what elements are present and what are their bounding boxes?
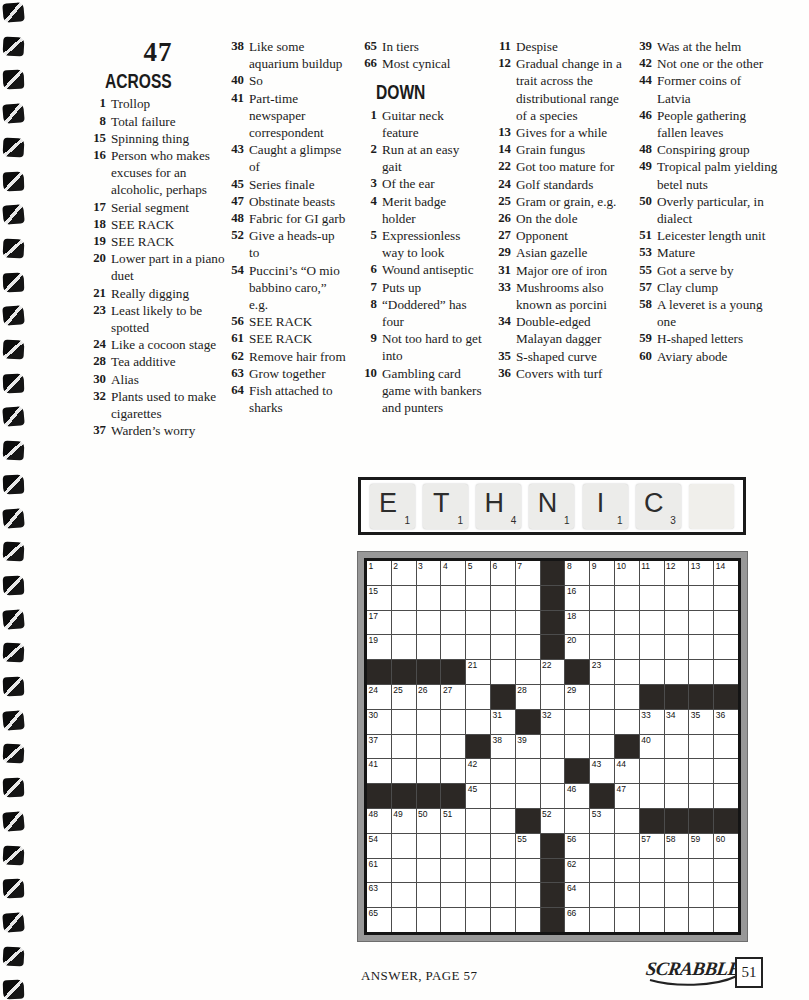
grid-cell-r5c5[interactable]: 21 — [466, 660, 490, 684]
grid-cell-r1c7[interactable]: 7 — [516, 561, 540, 585]
clue-number: 42 — [630, 55, 657, 72]
clue-item: 64Fish attached to sharks — [222, 382, 348, 416]
grid-cell-r9c4[interactable] — [441, 759, 465, 783]
grid-cell-r5c15[interactable] — [714, 660, 738, 684]
grid-cell-r15c9[interactable]: 66 — [565, 908, 589, 932]
grid-cell-r14c14[interactable] — [689, 883, 713, 907]
grid-cell-r1c9[interactable]: 8 — [565, 561, 589, 585]
clue-item: 16Person who makes excuses for an alcoho… — [84, 147, 234, 199]
grid-cell-r1c12[interactable]: 11 — [640, 561, 664, 585]
clue-item: 56SEE RACK — [222, 313, 348, 330]
cell-number: 50 — [418, 809, 427, 819]
grid-cell-r8c2[interactable] — [392, 735, 416, 759]
grid-cell-r14c7[interactable] — [516, 883, 540, 907]
tile-letter: I — [583, 488, 619, 519]
grid-cell-r7c11[interactable] — [615, 710, 639, 734]
clue-text: Tropical palm yielding betel nuts — [657, 158, 778, 192]
clue-number: 59 — [630, 330, 657, 347]
clue-text: Puts up — [382, 279, 482, 296]
clue-number: 45 — [222, 176, 249, 193]
grid-cell-r11c8[interactable]: 52 — [541, 809, 565, 833]
grid-cell-r14c2[interactable] — [392, 883, 416, 907]
grid-cell-r15c12[interactable] — [640, 908, 664, 932]
grid-cell-r10c7[interactable] — [516, 784, 540, 808]
grid-cell-r2c13[interactable] — [665, 586, 689, 610]
binding-loop — [3, 137, 25, 157]
binding-loop — [3, 980, 25, 1000]
scrabble-logo: SCRABBLE® — [644, 958, 744, 988]
grid-cell-r2c3[interactable] — [417, 586, 441, 610]
grid-cell-r15c13[interactable] — [665, 908, 689, 932]
grid-cell-r3c5[interactable] — [466, 611, 490, 635]
grid-cell-r4c1[interactable]: 19 — [367, 635, 391, 659]
grid-cell-r8c10[interactable] — [590, 735, 614, 759]
grid-cell-r1c5[interactable]: 5 — [466, 561, 490, 585]
cell-number: 37 — [369, 735, 378, 745]
grid-cell-r7c5[interactable] — [466, 710, 490, 734]
clue-text: Conspiring group — [657, 141, 778, 158]
binding-loop — [3, 643, 25, 663]
grid-cell-r8c6[interactable]: 38 — [491, 735, 515, 759]
clue-item: 27Opponent — [489, 227, 633, 244]
grid-cell-r7c13[interactable]: 34 — [665, 710, 689, 734]
grid-cell-r13c1[interactable]: 61 — [367, 859, 391, 883]
grid-cell-r8c13[interactable] — [665, 735, 689, 759]
grid-cell-r8c12[interactable]: 40 — [640, 735, 664, 759]
grid-cell-r15c7[interactable] — [516, 908, 540, 932]
grid-cell-r12c4[interactable] — [441, 834, 465, 858]
grid-cell-r10c14[interactable] — [689, 784, 713, 808]
clue-item: 24Like a cocoon stage — [84, 336, 234, 353]
grid-cell-r6c11[interactable] — [615, 685, 639, 709]
clue-column-5: 39Was at the helm42Not one or the other4… — [630, 38, 778, 365]
black-cell-r1c8 — [541, 561, 565, 585]
grid-cell-r1c3[interactable]: 3 — [417, 561, 441, 585]
clue-text: Asian gazelle — [516, 244, 633, 261]
grid-cell-r13c5[interactable] — [466, 859, 490, 883]
grid-cell-r9c3[interactable] — [417, 759, 441, 783]
clue-item: 42Not one or the other — [630, 55, 778, 72]
grid-cell-r15c1[interactable]: 65 — [367, 908, 391, 932]
grid-cell-r6c7[interactable]: 28 — [516, 685, 540, 709]
grid-cell-r4c9[interactable]: 20 — [565, 635, 589, 659]
clue-item: 28Tea additive — [84, 353, 234, 370]
grid-cell-r13c4[interactable] — [441, 859, 465, 883]
grid-cell-r9c10[interactable]: 43 — [590, 759, 614, 783]
grid-cell-r2c12[interactable] — [640, 586, 664, 610]
grid-cell-r10c13[interactable] — [665, 784, 689, 808]
grid-cell-r12c5[interactable] — [466, 834, 490, 858]
grid-cell-r8c1[interactable]: 37 — [367, 735, 391, 759]
grid-cell-r15c14[interactable] — [689, 908, 713, 932]
cell-number: 54 — [369, 834, 378, 844]
grid-cell-r2c10[interactable] — [590, 586, 614, 610]
grid-cell-r6c10[interactable] — [590, 685, 614, 709]
grid-cell-r14c12[interactable] — [640, 883, 664, 907]
grid-cell-r12c10[interactable] — [590, 834, 614, 858]
grid-cell-r8c9[interactable] — [565, 735, 589, 759]
black-cell-r5c9 — [565, 660, 589, 684]
clue-number: 29 — [489, 244, 516, 261]
grid-cell-r10c8[interactable] — [541, 784, 565, 808]
grid-cell-r7c1[interactable]: 30 — [367, 710, 391, 734]
grid-cell-r9c6[interactable] — [491, 759, 515, 783]
grid-cell-r11c4[interactable]: 51 — [441, 809, 465, 833]
grid-cell-r12c12[interactable]: 57 — [640, 834, 664, 858]
grid-cell-r3c12[interactable] — [640, 611, 664, 635]
grid-cell-r2c6[interactable] — [491, 586, 515, 610]
clue-text: SEE RACK — [249, 330, 348, 347]
binding-loop — [2, 508, 25, 529]
grid-cell-r8c8[interactable] — [541, 735, 565, 759]
grid-cell-r3c7[interactable] — [516, 611, 540, 635]
grid-cell-r12c7[interactable]: 55 — [516, 834, 540, 858]
grid-cell-r4c2[interactable] — [392, 635, 416, 659]
cell-number: 11 — [641, 561, 650, 571]
grid-cell-r13c11[interactable] — [615, 859, 639, 883]
grid-cell-r13c12[interactable] — [640, 859, 664, 883]
grid-cell-r2c4[interactable] — [441, 586, 465, 610]
grid-cell-r7c14[interactable]: 35 — [689, 710, 713, 734]
page-number: 51 — [742, 964, 757, 981]
grid-cell-r2c14[interactable] — [689, 586, 713, 610]
black-cell-r11c14 — [689, 809, 713, 833]
grid-cell-r11c10[interactable]: 53 — [590, 809, 614, 833]
grid-cell-r6c4[interactable]: 27 — [441, 685, 465, 709]
clue-item: 58A leveret is a young one — [630, 296, 778, 330]
grid-cell-r11c9[interactable] — [565, 809, 589, 833]
grid-cell-r10c9[interactable]: 46 — [565, 784, 589, 808]
grid-cell-r1c11[interactable]: 10 — [615, 561, 639, 585]
grid-cell-r4c4[interactable] — [441, 635, 465, 659]
clue-number: 28 — [84, 353, 111, 370]
binding-loop — [3, 845, 25, 865]
grid-cell-r2c15[interactable] — [714, 586, 738, 610]
scrabble-tile-i: I1 — [583, 484, 628, 529]
grid-cell-r1c13[interactable]: 12 — [665, 561, 689, 585]
grid-cell-r5c11[interactable] — [615, 660, 639, 684]
clue-text: Gram or grain, e.g. — [516, 193, 633, 210]
clue-number: 48 — [222, 210, 249, 227]
clue-item: 38Like some aquarium buildup — [222, 38, 348, 72]
grid-cell-r10c15[interactable] — [714, 784, 738, 808]
grid-cell-r11c1[interactable]: 48 — [367, 809, 391, 833]
grid-cell-r5c13[interactable] — [665, 660, 689, 684]
grid-cell-r13c14[interactable] — [689, 859, 713, 883]
cell-number: 64 — [567, 883, 576, 893]
clue-text: Got a serve by — [657, 262, 778, 279]
clue-item: 3Of the ear — [355, 175, 482, 192]
grid-cell-r13c6[interactable] — [491, 859, 515, 883]
grid-cell-r6c9[interactable]: 29 — [565, 685, 589, 709]
clue-text: Of the ear — [382, 175, 482, 192]
grid-cell-r10c12[interactable] — [640, 784, 664, 808]
grid-cell-r1c6[interactable]: 6 — [491, 561, 515, 585]
clue-text: Fish attached to sharks — [249, 382, 348, 416]
grid-cell-r15c10[interactable] — [590, 908, 614, 932]
clue-number: 23 — [84, 302, 111, 336]
clue-item: 33Mushrooms also known as porcini — [489, 279, 633, 313]
clue-number: 57 — [630, 279, 657, 296]
tile-value: 3 — [670, 515, 676, 526]
grid-cell-r5c14[interactable] — [689, 660, 713, 684]
grid-cell-r4c7[interactable] — [516, 635, 540, 659]
grid-cell-r14c13[interactable] — [665, 883, 689, 907]
grid-cell-r7c6[interactable]: 31 — [491, 710, 515, 734]
grid-cell-r14c4[interactable] — [441, 883, 465, 907]
grid-cell-r7c2[interactable] — [392, 710, 416, 734]
grid-cell-r3c15[interactable] — [714, 611, 738, 635]
clue-item: 51Leicester length unit — [630, 227, 778, 244]
grid-cell-r9c14[interactable] — [689, 759, 713, 783]
grid-cell-r3c14[interactable] — [689, 611, 713, 635]
grid-cell-r8c7[interactable]: 39 — [516, 735, 540, 759]
grid-cell-r9c2[interactable] — [392, 759, 416, 783]
grid-cell-r1c15[interactable]: 14 — [714, 561, 738, 585]
grid-cell-r13c10[interactable] — [590, 859, 614, 883]
clue-number: 53 — [630, 244, 657, 261]
grid-cell-r4c15[interactable] — [714, 635, 738, 659]
grid-cell-r5c6[interactable] — [491, 660, 515, 684]
grid-cell-r15c6[interactable] — [491, 908, 515, 932]
grid-cell-r3c6[interactable] — [491, 611, 515, 635]
grid-cell-r12c13[interactable]: 58 — [665, 834, 689, 858]
cell-number: 60 — [716, 834, 725, 844]
grid-cell-r4c14[interactable] — [689, 635, 713, 659]
grid-cell-r4c12[interactable] — [640, 635, 664, 659]
clue-text: Tea additive — [111, 353, 234, 370]
clue-item: 54Puccini’s “O mio babbino caro,” e.g. — [222, 262, 348, 314]
grid-cell-r12c2[interactable] — [392, 834, 416, 858]
clue-text: Puccini’s “O mio babbino caro,” e.g. — [249, 262, 348, 314]
clue-text: Leicester length unit — [657, 227, 778, 244]
grid-cell-r12c15[interactable]: 60 — [714, 834, 738, 858]
cell-number: 41 — [369, 759, 378, 769]
grid-cell-r6c3[interactable]: 26 — [417, 685, 441, 709]
grid-cell-r14c11[interactable] — [615, 883, 639, 907]
grid-cell-r10c6[interactable] — [491, 784, 515, 808]
grid-cell-r4c3[interactable] — [417, 635, 441, 659]
clue-number: 50 — [630, 193, 657, 227]
grid-cell-r6c1[interactable]: 24 — [367, 685, 391, 709]
grid-cell-r2c1[interactable]: 15 — [367, 586, 391, 610]
grid-cell-r15c15[interactable] — [714, 908, 738, 932]
grid-cell-r7c4[interactable] — [441, 710, 465, 734]
grid-cell-r14c3[interactable] — [417, 883, 441, 907]
black-cell-r14c8 — [541, 883, 565, 907]
clue-text: Remove hair from — [249, 348, 348, 365]
grid-cell-r10c5[interactable]: 45 — [466, 784, 490, 808]
grid-cell-r5c7[interactable] — [516, 660, 540, 684]
grid-cell-r9c7[interactable] — [516, 759, 540, 783]
clue-item: 24Golf standards — [489, 176, 633, 193]
grid-cell-r7c8[interactable]: 32 — [541, 710, 565, 734]
grid-cell-r3c1[interactable]: 17 — [367, 611, 391, 635]
clue-number: 8 — [84, 113, 111, 130]
clue-item: 2Run at an easy gait — [355, 141, 482, 175]
clue-column-2: 38Like some aquarium buildup40So41Part-t… — [222, 38, 348, 416]
cell-number: 66 — [567, 908, 576, 918]
grid-cell-r7c10[interactable] — [590, 710, 614, 734]
clue-number: 60 — [630, 348, 657, 365]
binding-loop — [3, 272, 25, 292]
grid-cell-r14c1[interactable]: 63 — [367, 883, 391, 907]
grid-cell-r12c11[interactable] — [615, 834, 639, 858]
grid-cell-r4c11[interactable] — [615, 635, 639, 659]
grid-cell-r2c9[interactable]: 16 — [565, 586, 589, 610]
grid-cell-r1c14[interactable]: 13 — [689, 561, 713, 585]
grid-cell-r7c15[interactable]: 36 — [714, 710, 738, 734]
grid-cell-r2c2[interactable] — [392, 586, 416, 610]
grid-cell-r3c11[interactable] — [615, 611, 639, 635]
clue-number: 2 — [355, 141, 382, 175]
grid-cell-r3c3[interactable] — [417, 611, 441, 635]
grid-cell-r8c4[interactable] — [441, 735, 465, 759]
grid-cell-r15c3[interactable] — [417, 908, 441, 932]
grid-cell-r13c7[interactable] — [516, 859, 540, 883]
grid-cell-r9c8[interactable] — [541, 759, 565, 783]
binding-loop — [3, 238, 25, 258]
grid-cell-r15c2[interactable] — [392, 908, 416, 932]
clue-text: A leveret is a young one — [657, 296, 778, 330]
cell-number: 55 — [517, 834, 526, 844]
clue-text: Caught a glimpse of — [249, 141, 348, 175]
clue-number: 33 — [489, 279, 516, 313]
grid-cell-r1c4[interactable]: 4 — [441, 561, 465, 585]
black-cell-r5c2 — [392, 660, 416, 684]
grid-cell-r1c2[interactable]: 2 — [392, 561, 416, 585]
cell-number: 49 — [393, 809, 402, 819]
clue-text: Person who makes excuses for an alcoholi… — [111, 147, 234, 199]
grid-cell-r7c3[interactable] — [417, 710, 441, 734]
grid-cell-r2c5[interactable] — [466, 586, 490, 610]
cell-number: 21 — [468, 660, 477, 670]
cell-number: 51 — [443, 809, 452, 819]
grid-cell-r13c13[interactable] — [665, 859, 689, 883]
cell-number: 29 — [567, 685, 576, 695]
clue-item: 18SEE RACK — [84, 216, 234, 233]
grid-cell-r4c6[interactable] — [491, 635, 515, 659]
grid-cell-r13c2[interactable] — [392, 859, 416, 883]
cell-number: 19 — [369, 635, 378, 645]
grid-cell-r14c15[interactable] — [714, 883, 738, 907]
grid-cell-r11c11[interactable] — [615, 809, 639, 833]
grid-cell-r8c15[interactable] — [714, 735, 738, 759]
grid-cell-r15c11[interactable] — [615, 908, 639, 932]
clue-text: Warden’s worry — [111, 422, 234, 439]
black-cell-r3c8 — [541, 611, 565, 635]
grid-cell-r12c9[interactable]: 56 — [565, 834, 589, 858]
grid-cell-r1c1[interactable]: 1 — [367, 561, 391, 585]
grid-cell-r15c5[interactable] — [466, 908, 490, 932]
grid-cell-r13c3[interactable] — [417, 859, 441, 883]
grid-cell-r1c10[interactable]: 9 — [590, 561, 614, 585]
clue-text: Fabric for GI garb — [249, 210, 348, 227]
grid-cell-r6c8[interactable] — [541, 685, 565, 709]
grid-cell-r7c9[interactable] — [565, 710, 589, 734]
grid-cell-r9c13[interactable] — [665, 759, 689, 783]
black-cell-r2c8 — [541, 586, 565, 610]
grid-cell-r2c7[interactable] — [516, 586, 540, 610]
clue-text: Lower part in a piano duet — [111, 250, 234, 284]
grid-cell-r9c5[interactable]: 42 — [466, 759, 490, 783]
grid-cell-r4c10[interactable] — [590, 635, 614, 659]
grid-cell-r12c3[interactable] — [417, 834, 441, 858]
clue-item: 52Give a heads-up to — [222, 227, 348, 261]
grid-cell-r6c5[interactable] — [466, 685, 490, 709]
grid-cell-r10c11[interactable]: 47 — [615, 784, 639, 808]
grid-cell-r9c11[interactable]: 44 — [615, 759, 639, 783]
grid-cell-r6c2[interactable]: 25 — [392, 685, 416, 709]
clue-number: 1 — [355, 107, 382, 141]
grid-cell-r3c13[interactable] — [665, 611, 689, 635]
clue-column-1: 47 ACROSS 1Trollop8Total failure15Spinni… — [84, 40, 234, 439]
clue-text: Like a cocoon stage — [111, 336, 234, 353]
grid-cell-r3c4[interactable] — [441, 611, 465, 635]
cell-number: 57 — [641, 834, 650, 844]
grid-cell-r3c10[interactable] — [590, 611, 614, 635]
binding-loop — [3, 946, 25, 966]
cell-number: 9 — [592, 561, 597, 571]
clue-text: Give a heads-up to — [249, 227, 348, 261]
clue-number: 63 — [222, 365, 249, 382]
grid-cell-r11c3[interactable]: 50 — [417, 809, 441, 833]
grid-cell-r8c3[interactable] — [417, 735, 441, 759]
grid-cell-r3c2[interactable] — [392, 611, 416, 635]
grid-cell-r5c12[interactable] — [640, 660, 664, 684]
grid-cell-r8c14[interactable] — [689, 735, 713, 759]
grid-cell-r11c2[interactable]: 49 — [392, 809, 416, 833]
cell-number: 8 — [567, 561, 572, 571]
grid-cell-r13c15[interactable] — [714, 859, 738, 883]
cell-number: 24 — [369, 685, 378, 695]
grid-cell-r14c9[interactable]: 64 — [565, 883, 589, 907]
clue-number: 56 — [222, 313, 249, 330]
grid-cell-r5c10[interactable]: 23 — [590, 660, 614, 684]
grid-cell-r2c11[interactable] — [615, 586, 639, 610]
clue-number: 7 — [355, 279, 382, 296]
grid-cell-r12c14[interactable]: 59 — [689, 834, 713, 858]
grid-cell-r9c1[interactable]: 41 — [367, 759, 391, 783]
cell-number: 47 — [616, 784, 625, 794]
grid-cell-r12c6[interactable] — [491, 834, 515, 858]
cell-number: 14 — [716, 561, 725, 571]
grid-cell-r15c4[interactable] — [441, 908, 465, 932]
tile-letter: N — [529, 488, 565, 519]
clue-text: Least likely to be spotted — [111, 302, 234, 336]
grid-cell-r14c10[interactable] — [590, 883, 614, 907]
clue-item: 26On the dole — [489, 210, 633, 227]
grid-cell-r13c9[interactable]: 62 — [565, 859, 589, 883]
grid-cell-r3c9[interactable]: 18 — [565, 611, 589, 635]
grid-cell-r14c5[interactable] — [466, 883, 490, 907]
grid-cell-r4c5[interactable] — [466, 635, 490, 659]
grid-cell-r9c15[interactable] — [714, 759, 738, 783]
grid-cell-r12c1[interactable]: 54 — [367, 834, 391, 858]
clue-item: 6Wound antiseptic — [355, 261, 482, 278]
grid-cell-r9c12[interactable] — [640, 759, 664, 783]
grid-cell-r11c6[interactable] — [491, 809, 515, 833]
clue-text: Got too mature for — [516, 158, 633, 175]
clue-number: 48 — [630, 141, 657, 158]
grid-cell-r5c8[interactable]: 22 — [541, 660, 565, 684]
grid-cell-r14c6[interactable] — [491, 883, 515, 907]
grid-cell-r11c5[interactable] — [466, 809, 490, 833]
clue-text: Spinning thing — [111, 130, 234, 147]
crossword-grid: 1234567891011121314151617181920212223242… — [364, 558, 741, 935]
grid-cell-r7c12[interactable]: 33 — [640, 710, 664, 734]
grid-cell-r4c13[interactable] — [665, 635, 689, 659]
